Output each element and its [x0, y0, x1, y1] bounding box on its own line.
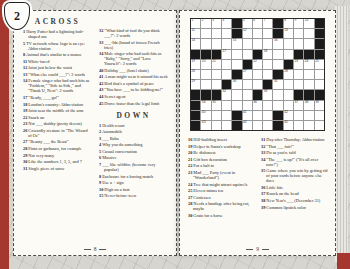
page-edge-stack — [335, 6, 348, 262]
grid-cell[interactable] — [294, 29, 303, 38]
across-header: ACROSS — [23, 17, 92, 26]
cell-number: 11 — [192, 29, 195, 32]
grid-cell[interactable]: 18 — [263, 50, 272, 59]
black-cell — [212, 50, 221, 59]
grid-cell[interactable]: 19 — [191, 60, 200, 69]
grid-cell[interactable]: 37 — [294, 101, 303, 110]
cell-number: 25 — [315, 60, 319, 63]
cell-number: 34 — [202, 101, 206, 104]
clue: 22 Snack on — [23, 115, 92, 120]
right-page-number: 9 — [256, 246, 259, 252]
grid-cell[interactable] — [273, 60, 282, 69]
clue: 34 "The ___ is up!" ("It's all over now!… — [261, 157, 328, 167]
clue: 15 Never-before-seen — [99, 193, 168, 198]
clue: 8 Enclosure for a boxing match — [99, 174, 168, 179]
grid-cell[interactable] — [304, 29, 313, 38]
clue: 43 "You have ___ to be kidding me!" — [99, 87, 168, 92]
grid-cell[interactable]: 35 — [212, 101, 221, 110]
clue: 27 Confesses — [188, 195, 255, 200]
black-cell — [212, 90, 221, 99]
cell-number: 35 — [212, 101, 216, 104]
grid-cell[interactable]: 31 — [273, 80, 282, 89]
cell-number: 16 — [274, 39, 278, 42]
grid-cell[interactable] — [212, 111, 221, 120]
black-cell — [222, 80, 231, 89]
clue: 29 Not very many — [23, 153, 92, 158]
down-clues-column-3: 31 Day after Thursday: Abbreviation32 "T… — [261, 137, 328, 219]
grid-cell[interactable] — [294, 80, 303, 89]
grid-cell[interactable] — [243, 80, 252, 89]
grid-cell[interactable] — [263, 111, 272, 120]
grid-cell[interactable] — [253, 39, 262, 48]
grid-cell[interactable]: 41 — [243, 111, 252, 120]
cell-number: 21 — [212, 60, 216, 63]
black-cell — [273, 19, 282, 28]
grid-cell[interactable]: 14 — [191, 39, 200, 48]
grid-cell[interactable]: 44 — [243, 121, 252, 130]
cell-number: 28 — [284, 70, 288, 73]
cell-number: 45 — [284, 121, 288, 124]
down-clue-list-2: 16 Hill-building insect19 Helper in Sant… — [188, 137, 255, 218]
clue: 12 Joint just below the waist — [23, 65, 92, 70]
clue: 22 Put a halt to — [188, 163, 255, 168]
clue: 5 Casual conversation — [99, 149, 168, 154]
grid-cell[interactable] — [284, 39, 293, 48]
clue: 1 Health resort — [99, 123, 168, 128]
clue: 31 Single piece of snow — [23, 166, 92, 171]
grid-cell[interactable]: 8 — [284, 19, 293, 28]
cell-number: 4 — [222, 19, 224, 22]
cell-number: 39 — [315, 101, 319, 104]
book-spread-photo: { "game": "crossword", "puzzle_number": … — [0, 0, 350, 269]
grid-cell[interactable] — [243, 50, 252, 59]
clue: 28 Pinto or garbanzo, for example — [23, 146, 92, 151]
cell-number: 17 — [222, 50, 226, 53]
clue: 32 "That ___ fair!" — [261, 144, 328, 149]
grid-cell[interactable] — [253, 111, 262, 120]
clue: 18 London's country: Abbreviation — [23, 102, 92, 107]
left-page-number: 8 — [94, 246, 97, 252]
cell-number: 8 — [284, 19, 286, 22]
clue: 14 Female singer who had such hits as "P… — [23, 78, 92, 93]
grid-cell[interactable] — [304, 121, 313, 130]
cell-number: 3 — [212, 19, 214, 22]
grid-cell[interactable] — [263, 39, 272, 48]
book-cover-corner — [337, 253, 350, 269]
grid-cell[interactable] — [201, 29, 210, 38]
clue: 40 Holiday ___ (hotel chain) — [99, 68, 168, 73]
grid-cell[interactable]: 1 — [191, 19, 200, 28]
cell-number: 32 — [222, 90, 226, 93]
cell-number: 31 — [274, 80, 278, 83]
black-cell — [191, 111, 200, 120]
footer-ornament — [246, 249, 253, 250]
grid-cell[interactable] — [222, 111, 231, 120]
grid-cell[interactable] — [315, 111, 324, 120]
clue: 23 Not ___ shabby (pretty decent) — [23, 121, 92, 126]
grid-cell[interactable]: 40 — [201, 111, 210, 120]
clue: 4 Why you do something — [99, 142, 168, 147]
grid-cell[interactable]: 29 — [191, 80, 200, 89]
grid-cell[interactable] — [222, 39, 231, 48]
grid-cell[interactable]: 36 — [253, 101, 262, 110]
grid-cell[interactable] — [222, 121, 231, 130]
grid-cell[interactable] — [315, 80, 324, 89]
clue: 33 Do as you're told — [261, 150, 328, 155]
clue: 37 Knock on the head — [261, 191, 328, 196]
grid-cell[interactable]: 13 — [284, 29, 293, 38]
cell-number: 14 — [192, 39, 196, 42]
black-cell — [232, 29, 241, 38]
clue: 9 Use a + sign — [99, 180, 168, 185]
clue: 34 Male singer who had such hits as "Bab… — [99, 51, 168, 66]
grid-cell[interactable] — [304, 70, 313, 79]
cell-number: 40 — [202, 111, 206, 114]
black-cell — [294, 90, 303, 99]
grid-cell[interactable] — [284, 90, 293, 99]
puzzle-number: 2 — [14, 9, 20, 24]
clue: 21 Gift box decoration — [188, 157, 255, 162]
grid-cell[interactable]: 45 — [284, 121, 293, 130]
grid-cell[interactable] — [263, 70, 272, 79]
grid-cell[interactable]: 22 — [253, 60, 262, 69]
grid-cell[interactable] — [273, 90, 282, 99]
clue: 13 "What else could ___?": 2 words — [23, 72, 92, 77]
black-cell — [232, 19, 241, 28]
clue: 35 Game where you win by getting rid of … — [261, 168, 328, 183]
grid-cell[interactable]: 6 — [253, 19, 262, 28]
grid-cell[interactable] — [284, 101, 293, 110]
down-clues-column-2: 16 Hill-building insect19 Helper in Sant… — [188, 137, 255, 219]
grid-cell[interactable] — [294, 121, 303, 130]
grid-cell[interactable]: 42 — [284, 111, 293, 120]
grid-cell[interactable]: 3 — [212, 19, 221, 28]
cell-number: 15 — [233, 39, 237, 42]
grid-cell[interactable] — [273, 101, 282, 110]
black-cell — [304, 90, 313, 99]
grid-cell[interactable]: 39 — [315, 101, 324, 110]
clue: 39 Common lipstick color — [261, 205, 328, 210]
cell-number: 13 — [284, 29, 288, 32]
grid-cell[interactable] — [222, 70, 231, 79]
clue: 7 ___ like wildfire (become very popular… — [99, 162, 168, 172]
grid-cell[interactable]: 32 — [222, 90, 231, 99]
black-cell — [191, 101, 200, 110]
grid-cell[interactable] — [243, 39, 252, 48]
grid-cell[interactable]: 9 — [294, 19, 303, 28]
footer-ornament — [84, 249, 91, 250]
grid-cell[interactable] — [212, 29, 221, 38]
grid-cell[interactable] — [243, 90, 252, 99]
grid-cell[interactable] — [201, 70, 210, 79]
black-cell — [263, 80, 272, 89]
cell-number: 20 — [202, 60, 206, 63]
clue: 31 Day after Thursday: Abbreviation — [261, 137, 328, 142]
grid-cell[interactable]: 43 — [201, 121, 210, 130]
grid-cell[interactable] — [212, 80, 221, 89]
grid-cell[interactable] — [212, 121, 221, 130]
grid-cell[interactable] — [284, 80, 293, 89]
down-header: DOWN — [99, 111, 168, 120]
right-page-footer: 9 — [180, 246, 335, 252]
across-clue-list-1: 1 Harry Potter had a lightning bolt-shap… — [23, 29, 92, 171]
footer-ornament — [262, 249, 269, 250]
black-cell — [315, 29, 324, 38]
cell-number: 43 — [202, 121, 206, 124]
cell-number: 38 — [305, 101, 309, 104]
grid-cell[interactable] — [201, 39, 210, 48]
grid-cell[interactable]: 26 — [191, 70, 200, 79]
clue: 5 TV network whose logo is an eye: Abbre… — [23, 41, 92, 51]
cell-number: 42 — [284, 111, 288, 114]
black-cell — [232, 121, 241, 130]
cell-number: 2 — [202, 19, 204, 22]
grid-cell[interactable]: 34 — [201, 101, 210, 110]
black-cell — [294, 50, 303, 59]
clue: 41 A man might wear it around his neck — [99, 74, 168, 79]
right-page: 1234567891011121314151617181920212223242… — [179, 10, 336, 256]
grid-cell[interactable]: 16 — [273, 39, 282, 48]
black-cell — [273, 29, 282, 38]
grid-cell[interactable] — [284, 50, 293, 59]
grid-cell[interactable]: 21 — [212, 60, 221, 69]
cell-number: 23 — [295, 60, 299, 63]
cell-number: 36 — [253, 101, 257, 104]
grid-cell[interactable]: 25 — [315, 60, 324, 69]
clue: 45 Drove faster than the legal limit — [99, 101, 168, 106]
clue: 33 ___-Ida (brand of frozen French fries… — [99, 40, 168, 50]
black-cell — [315, 39, 324, 48]
grid-cell[interactable] — [212, 70, 221, 79]
clue: 26 Cowardly creature in "The Wizard of O… — [23, 128, 92, 138]
clue: 24 Tree that might attract squirrels — [188, 182, 255, 187]
cell-number: 37 — [295, 101, 299, 104]
book-cover-spine — [0, 0, 9, 269]
black-cell — [273, 111, 282, 120]
black-cell — [191, 121, 200, 130]
grid-cell[interactable]: 7 — [263, 19, 272, 28]
clue: 6 Massive — [99, 155, 168, 160]
cell-number: 22 — [253, 60, 257, 63]
grid-cell[interactable] — [273, 50, 282, 59]
grid-cell[interactable] — [315, 70, 324, 79]
clue: 30 Grain for a horse — [188, 213, 255, 218]
grid-cell[interactable]: 2 — [201, 19, 210, 28]
clue: 23 Mad ___ Party (event in "Wonderland") — [188, 170, 255, 180]
across-clue-list-2: 32 "What kind of fool do you think ___?"… — [99, 28, 168, 106]
cell-number: 30 — [233, 80, 237, 83]
black-cell — [315, 19, 324, 28]
down-clue-list-1: 1 Health resort2 Automobile3 ___ Baba4 W… — [99, 123, 168, 199]
clue: 44 Secret agent — [99, 94, 168, 99]
black-cell — [201, 90, 210, 99]
black-cell — [201, 50, 210, 59]
grid-cell[interactable]: 17 — [222, 50, 231, 59]
clue: 38 New Year's ___ (December 31) — [261, 198, 328, 203]
clue: 27 "Beauty ___ the Beast" — [23, 139, 92, 144]
grid-cell[interactable] — [253, 29, 262, 38]
grid-cell[interactable] — [315, 121, 324, 130]
clue: 1 Harry Potter had a lightning bolt-shap… — [23, 29, 92, 39]
grid-cell[interactable]: 11 — [191, 29, 200, 38]
grid-cell[interactable]: 33 — [263, 90, 272, 99]
left-page-footer: 8 — [14, 246, 176, 252]
grid-cell[interactable]: 15 — [232, 39, 241, 48]
grid-cell[interactable] — [294, 111, 303, 120]
cell-number: 9 — [295, 19, 297, 22]
grid-cell[interactable]: 27 — [243, 70, 252, 79]
grid-cell[interactable] — [304, 39, 313, 48]
grid-cell[interactable] — [263, 29, 272, 38]
clue: 30 Like the numbers 1, 3, 5, and 7 — [23, 159, 92, 164]
cell-number: 33 — [264, 90, 268, 93]
black-cell — [243, 60, 252, 69]
clue: 20 Be dishonest — [188, 150, 255, 155]
cell-number: 24 — [305, 60, 309, 63]
grid-cell[interactable] — [253, 80, 262, 89]
clue: 19 Joint near the middle of the arm — [23, 108, 92, 113]
grid-cell[interactable]: 5 — [243, 19, 252, 28]
black-cell — [315, 50, 324, 59]
clue: 19 Helper in Santa's workshop — [188, 144, 255, 149]
cell-number: 26 — [192, 70, 196, 73]
clue: 2 Automobile — [99, 129, 168, 134]
clue: 28 Needs a bandage after being cut, mayb… — [188, 201, 255, 211]
grid-cell[interactable] — [253, 70, 262, 79]
grid-cell[interactable] — [232, 101, 241, 110]
grid-cell[interactable]: 20 — [201, 60, 210, 69]
clue: 32 "What kind of fool do you think ___?"… — [99, 28, 168, 38]
grid-cell[interactable]: 24 — [304, 60, 313, 69]
grid-cell[interactable] — [253, 121, 262, 130]
grid-cell[interactable]: 38 — [304, 101, 313, 110]
clue: 11 White-faced — [23, 59, 92, 64]
grid-cell[interactable] — [232, 90, 241, 99]
cell-number: 1 — [192, 19, 194, 22]
grid-cell[interactable] — [304, 80, 313, 89]
grid-cell[interactable] — [201, 80, 210, 89]
cell-number: 7 — [264, 19, 266, 22]
cell-number: 27 — [243, 70, 247, 73]
grid-cell[interactable] — [222, 60, 231, 69]
across-clues-column-1: ACROSS 1 Harry Potter had a lightning bo… — [23, 15, 92, 200]
cell-number: 19 — [192, 60, 196, 63]
grid-cell[interactable]: 28 — [284, 70, 293, 79]
grid-cell[interactable] — [304, 111, 313, 120]
cell-number: 5 — [243, 19, 245, 22]
black-cell — [253, 50, 262, 59]
black-cell — [273, 70, 282, 79]
grid-cell[interactable] — [212, 39, 221, 48]
cell-number: 6 — [253, 19, 255, 22]
grid-cell[interactable] — [294, 70, 303, 79]
left-page: ACROSS 1 Harry Potter had a lightning bo… — [13, 10, 177, 256]
grid-cell[interactable] — [263, 60, 272, 69]
crossword-grid: 1234567891011121314151617181920212223242… — [190, 18, 325, 131]
black-cell — [273, 121, 282, 130]
grid-cell[interactable] — [232, 50, 241, 59]
grid-cell[interactable] — [263, 121, 272, 130]
clue: 16 Hill-building insect — [188, 137, 255, 142]
down-clue-list-3: 31 Day after Thursday: Abbreviation32 "T… — [261, 137, 328, 210]
black-cell — [191, 90, 200, 99]
grid-cell[interactable]: 10 — [304, 19, 313, 28]
across-clues-column-2: 32 "What kind of fool do you think ___?"… — [99, 15, 168, 200]
black-cell — [253, 90, 262, 99]
black-cell — [304, 50, 313, 59]
cell-number: 12 — [243, 29, 247, 32]
black-cell — [232, 70, 241, 79]
grid-cell[interactable] — [263, 101, 272, 110]
grid-cell[interactable]: 4 — [222, 19, 231, 28]
black-cell — [191, 50, 200, 59]
black-cell — [315, 90, 324, 99]
clue: 42 Bird that's a symbol of peace — [99, 81, 168, 86]
clue: 8 Animal that's similar to a mouse — [23, 52, 92, 57]
cell-number: 41 — [243, 111, 247, 114]
footer-ornament — [99, 249, 106, 250]
grid-cell[interactable]: 30 — [232, 80, 241, 89]
grid-cell[interactable] — [243, 101, 252, 110]
grid-cell[interactable]: 23 — [294, 60, 303, 69]
clue: 10 Digit on a foot — [99, 187, 168, 192]
cell-number: 44 — [243, 121, 247, 124]
cell-number: 10 — [305, 19, 309, 22]
clue: 36 Little bite — [261, 185, 328, 190]
grid-cell[interactable] — [222, 101, 231, 110]
clue: 25 Eleven minus ten — [188, 188, 255, 193]
clue: 3 ___ Baba — [99, 136, 168, 141]
grid-cell[interactable]: 12 — [243, 29, 252, 38]
cell-number: 29 — [192, 80, 196, 83]
clue: 17 "Ready, ___, go!" — [23, 95, 92, 100]
black-cell — [232, 111, 241, 120]
cell-number: 18 — [264, 50, 268, 53]
grid-cell[interactable] — [294, 39, 303, 48]
grid-cell[interactable] — [222, 29, 231, 38]
black-cell — [284, 60, 293, 69]
grid-cell[interactable] — [232, 60, 241, 69]
